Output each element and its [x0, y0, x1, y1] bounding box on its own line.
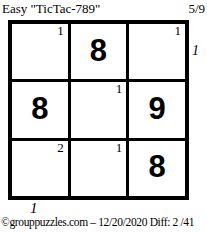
corner-clue: 1	[116, 141, 123, 155]
puzzle-grid: 1 8 1 8 1 9 2 1 8	[8, 20, 189, 200]
corner-clue: 1	[175, 24, 182, 38]
cell-r3c2[interactable]: 1	[71, 141, 127, 196]
copyright-footer: ©grouppuzzles.com – 12/20/2020 Diff: 2 /…	[1, 216, 194, 228]
cell-r3c3[interactable]: 8	[129, 141, 185, 196]
cell-r2c3[interactable]: 9	[129, 82, 185, 137]
corner-clue: 2	[57, 141, 64, 155]
puzzle-counter: 5/9	[188, 1, 205, 17]
col-1-outer-label: 1	[30, 200, 38, 217]
cell-r1c3[interactable]: 1	[129, 24, 185, 79]
cell-r1c1[interactable]: 1	[12, 24, 68, 79]
cell-r2c2[interactable]: 1	[71, 82, 127, 137]
cell-r1c2[interactable]: 8	[71, 24, 127, 79]
row-1-outer-label: 1	[192, 43, 199, 59]
corner-clue: 1	[57, 24, 64, 38]
cell-value: 9	[149, 93, 166, 124]
cell-value: 8	[149, 151, 166, 182]
cell-value: 8	[90, 35, 107, 66]
cell-value: 8	[31, 93, 48, 124]
corner-clue: 1	[116, 82, 123, 96]
cell-r2c1[interactable]: 8	[12, 82, 68, 137]
cell-r3c1[interactable]: 2	[12, 141, 68, 196]
puzzle-title: Easy "TicTac-789"	[2, 1, 100, 17]
